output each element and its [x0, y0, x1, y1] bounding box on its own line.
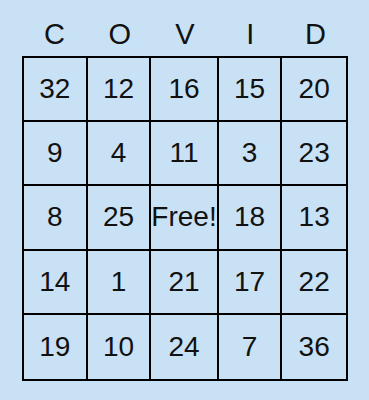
bingo-cell[interactable]: 16: [151, 58, 218, 122]
bingo-cell[interactable]: 32: [24, 58, 88, 122]
bingo-cell[interactable]: 1: [88, 251, 152, 315]
bingo-cell[interactable]: 9: [24, 122, 88, 186]
bingo-header-row: COVID: [22, 12, 348, 56]
bingo-cell[interactable]: 36: [282, 315, 346, 379]
bingo-cell[interactable]: 22: [282, 251, 346, 315]
bingo-cell[interactable]: 4: [88, 122, 152, 186]
bingo-cell[interactable]: 19: [24, 315, 88, 379]
bingo-cell[interactable]: 24: [151, 315, 218, 379]
bingo-cell[interactable]: 13: [282, 186, 346, 250]
bingo-cell[interactable]: 20: [282, 58, 346, 122]
bingo-cell[interactable]: 14: [24, 251, 88, 315]
bingo-cell[interactable]: 7: [219, 315, 283, 379]
bingo-cell[interactable]: 10: [88, 315, 152, 379]
bingo-cell[interactable]: 8: [24, 186, 88, 250]
bingo-cell[interactable]: 12: [88, 58, 152, 122]
bingo-cell[interactable]: 11: [151, 122, 218, 186]
column-letter-o: O: [87, 18, 152, 51]
bingo-grid: 32121615209411323825Free!181314121172219…: [22, 56, 348, 381]
bingo-cell[interactable]: 21: [151, 251, 218, 315]
column-letter-v: V: [152, 18, 217, 51]
bingo-cell[interactable]: 15: [219, 58, 283, 122]
column-letter-d: D: [283, 18, 348, 51]
bingo-cell[interactable]: 3: [219, 122, 283, 186]
column-letter-i: I: [218, 18, 283, 51]
bingo-cell[interactable]: 17: [219, 251, 283, 315]
column-letter-c: C: [22, 18, 87, 51]
bingo-cell[interactable]: 23: [282, 122, 346, 186]
bingo-cell[interactable]: 18: [219, 186, 283, 250]
bingo-cell[interactable]: 25: [88, 186, 152, 250]
bingo-card: COVID 32121615209411323825Free!181314121…: [0, 0, 369, 381]
free-cell[interactable]: Free!: [151, 186, 218, 250]
